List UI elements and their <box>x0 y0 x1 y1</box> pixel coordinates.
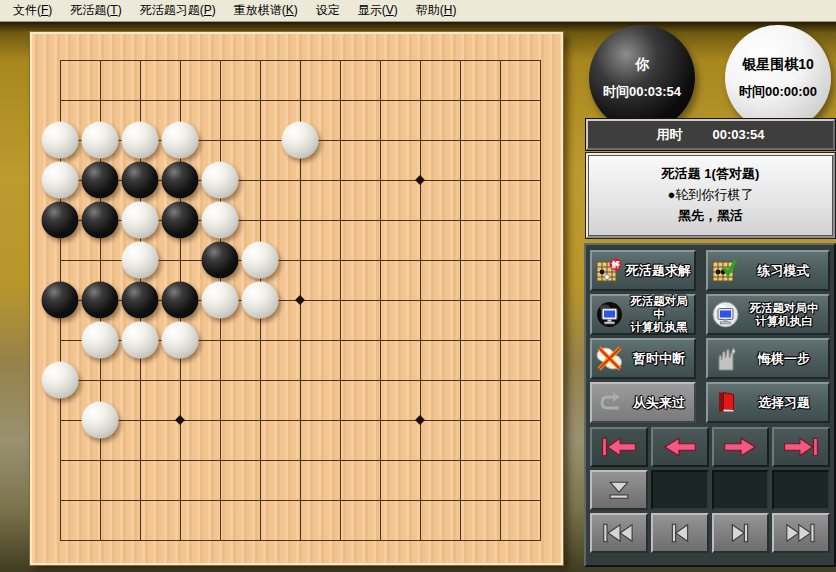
undo-move-button-label: 悔棋一步 <box>742 352 826 366</box>
black-stone <box>82 282 119 319</box>
nav-prev-move-button[interactable] <box>651 513 709 553</box>
nav-empty-cell <box>712 470 770 510</box>
nav-empty-cell <box>651 470 709 510</box>
first-move-icon <box>600 521 638 545</box>
nav-next-move-button[interactable] <box>712 513 770 553</box>
go-board[interactable] <box>30 32 563 565</box>
white-player-name: 银星围棋10 <box>742 56 814 74</box>
hand-icon <box>712 345 739 372</box>
undo-arrow-icon <box>596 389 623 416</box>
stones-x-icon <box>596 345 623 372</box>
jump-to-start-icon <box>599 435 639 459</box>
go-board-check-icon <box>712 258 738 284</box>
restart-button-label: 从头来过 <box>626 396 692 410</box>
white-stone <box>82 402 119 439</box>
elapsed-label: 用时 <box>656 126 682 144</box>
next-move-icon <box>721 521 759 545</box>
step-back-icon <box>660 435 700 459</box>
select-problem-button-label: 选择习题 <box>742 396 826 410</box>
pause-button[interactable]: 暂时中断 <box>590 338 696 379</box>
select-problem-button[interactable]: 选择习题 <box>706 382 830 423</box>
undo-move-button[interactable]: 悔棋一步 <box>706 338 830 379</box>
white-stone <box>202 282 239 319</box>
white-stone <box>42 162 79 199</box>
restart-button[interactable]: 从头来过 <box>590 382 696 423</box>
computer-plays-white-label: 死活题对局中计算机执白 <box>742 302 826 328</box>
jump-to-end-icon <box>781 435 821 459</box>
drop-to-bottom-icon <box>604 479 634 501</box>
black-stone <box>162 202 199 239</box>
white-stone <box>242 282 279 319</box>
elapsed-bar: 用时 00:03:54 <box>586 119 835 150</box>
menu-item[interactable]: 设定 <box>307 0 349 22</box>
white-stone <box>82 122 119 159</box>
control-panel: 解 死活题求解 练习模式 死活题对局中计算机执黑 <box>584 243 836 567</box>
status-line-turn: ●轮到你行棋了 <box>588 184 833 205</box>
menubar: 文件(F)死活题(T)死活题习题(P)重放棋谱(K)设定显示(V)帮助(H) <box>0 0 836 22</box>
go-board-seal-icon: 解 <box>596 258 622 284</box>
white-stone <box>42 362 79 399</box>
menu-item[interactable]: 死活题习题(P) <box>131 0 225 22</box>
white-stone <box>122 322 159 359</box>
black-stone <box>42 202 79 239</box>
black-stone <box>202 242 239 279</box>
nav-drop-to-bottom-button[interactable] <box>590 470 648 510</box>
nav-jump-to-start-button[interactable] <box>590 427 648 467</box>
white-stone <box>282 122 319 159</box>
nav-step-forward-button[interactable] <box>712 427 770 467</box>
nav-last-move-button[interactable] <box>772 513 830 553</box>
white-stone <box>42 122 79 159</box>
white-stone <box>122 202 159 239</box>
prev-move-icon <box>661 521 699 545</box>
red-book-icon <box>712 389 739 416</box>
black-stone <box>82 202 119 239</box>
menu-item[interactable]: 重放棋谱(K) <box>225 0 307 22</box>
menu-item[interactable]: 帮助(H) <box>407 0 466 22</box>
black-player-time: 时间00:03:54 <box>603 83 681 101</box>
nav-step-back-button[interactable] <box>651 427 709 467</box>
nav-empty-cell <box>772 470 830 510</box>
black-stone <box>162 162 199 199</box>
pause-button-label: 暂时中断 <box>626 352 692 366</box>
black-computer-icon <box>596 301 623 328</box>
step-forward-icon <box>720 435 760 459</box>
status-line-goal: 黑先，黑活 <box>588 205 833 226</box>
last-move-icon <box>782 521 820 545</box>
black-player-name: 你 <box>635 56 649 74</box>
solve-button-label: 死活题求解 <box>625 264 692 278</box>
solve-button[interactable]: 解 死活题求解 <box>590 250 696 291</box>
white-stone <box>162 322 199 359</box>
black-stone <box>122 162 159 199</box>
status-box: 死活题 1(答对题) ●轮到你行棋了 黑先，黑活 <box>586 153 835 238</box>
computer-plays-black-button[interactable]: 死活题对局中计算机执黑 <box>590 294 696 335</box>
black-stone <box>82 162 119 199</box>
nav-first-move-button[interactable] <box>590 513 648 553</box>
menu-item[interactable]: 死活题(T) <box>61 0 130 22</box>
white-stone <box>82 322 119 359</box>
white-stone <box>162 122 199 159</box>
menu-item[interactable]: 文件(F) <box>4 0 61 22</box>
menu-item[interactable]: 显示(V) <box>349 0 407 22</box>
nav-jump-to-end-button[interactable] <box>772 427 830 467</box>
black-stone <box>122 282 159 319</box>
white-computer-icon <box>712 301 739 328</box>
black-stone <box>42 282 79 319</box>
player-black-ball: 你 时间00:03:54 <box>589 25 695 131</box>
white-stone <box>122 242 159 279</box>
white-stone <box>202 162 239 199</box>
svg-text:解: 解 <box>611 260 621 269</box>
practice-mode-button[interactable]: 练习模式 <box>706 250 830 291</box>
status-line-problem: 死活题 1(答对题) <box>588 163 833 184</box>
practice-mode-button-label: 练习模式 <box>741 264 826 278</box>
elapsed-value: 00:03:54 <box>712 127 764 142</box>
white-stone <box>242 242 279 279</box>
computer-plays-black-label: 死活题对局中计算机执黑 <box>626 295 692 334</box>
white-stone <box>202 202 239 239</box>
black-stone <box>162 282 199 319</box>
white-player-time: 时间00:00:00 <box>739 83 817 101</box>
computer-plays-white-button[interactable]: 死活题对局中计算机执白 <box>706 294 830 335</box>
player-white-ball: 银星围棋10 时间00:00:00 <box>725 25 831 131</box>
white-stone <box>122 122 159 159</box>
